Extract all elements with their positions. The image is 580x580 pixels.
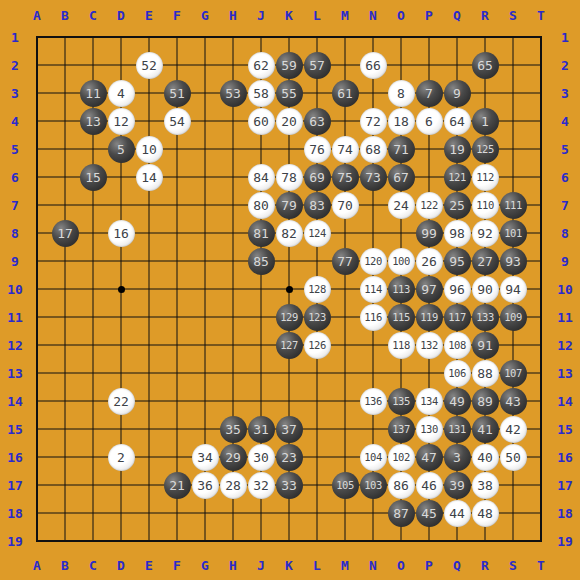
stone-black-15-C6: 15 bbox=[80, 164, 107, 191]
stone-white-14-E6: 14 bbox=[136, 164, 163, 191]
stone-move-number: 87 bbox=[393, 507, 409, 520]
stone-black-5-D5: 5 bbox=[108, 136, 135, 163]
stone-white-96-Q10: 96 bbox=[444, 276, 471, 303]
stone-white-122-P7: 122 bbox=[416, 192, 443, 219]
stone-white-112-R6: 112 bbox=[472, 164, 499, 191]
stone-move-number: 33 bbox=[281, 479, 297, 492]
stone-move-number: 8 bbox=[397, 87, 405, 100]
col-label-top-C: C bbox=[89, 9, 97, 22]
stone-black-131-Q15: 131 bbox=[444, 416, 471, 443]
stone-white-28-H17: 28 bbox=[220, 472, 247, 499]
row-label-right-16: 16 bbox=[557, 451, 573, 464]
stone-move-number: 116 bbox=[364, 312, 381, 323]
stone-black-27-R9: 27 bbox=[472, 248, 499, 275]
stone-move-number: 110 bbox=[476, 200, 493, 211]
stone-move-number: 67 bbox=[393, 171, 409, 184]
row-label-left-4: 4 bbox=[11, 115, 19, 128]
stone-black-89-R14: 89 bbox=[472, 388, 499, 415]
stone-black-55-K3: 55 bbox=[276, 80, 303, 107]
row-label-left-14: 14 bbox=[7, 395, 23, 408]
stone-move-number: 4 bbox=[117, 87, 125, 100]
col-label-bottom-F: F bbox=[173, 559, 181, 572]
stone-move-number: 32 bbox=[253, 479, 269, 492]
stone-move-number: 40 bbox=[477, 451, 493, 464]
stone-move-number: 9 bbox=[453, 87, 461, 100]
stone-white-66-N2: 66 bbox=[360, 52, 387, 79]
stone-white-72-N4: 72 bbox=[360, 108, 387, 135]
stone-white-34-G16: 34 bbox=[192, 444, 219, 471]
row-label-right-15: 15 bbox=[557, 423, 573, 436]
stone-move-number: 11 bbox=[85, 87, 101, 100]
stone-black-91-R12: 91 bbox=[472, 332, 499, 359]
stone-move-number: 10 bbox=[141, 143, 157, 156]
row-label-left-10: 10 bbox=[7, 283, 23, 296]
col-label-top-H: H bbox=[229, 9, 237, 22]
stone-white-2-D16: 2 bbox=[108, 444, 135, 471]
stone-black-67-O6: 67 bbox=[388, 164, 415, 191]
stone-move-number: 44 bbox=[449, 507, 465, 520]
col-label-bottom-N: N bbox=[369, 559, 377, 572]
stone-move-number: 128 bbox=[308, 284, 325, 295]
col-label-top-A: A bbox=[33, 9, 41, 22]
stone-white-30-J16: 30 bbox=[248, 444, 275, 471]
stone-white-74-M5: 74 bbox=[332, 136, 359, 163]
stone-white-50-S16: 50 bbox=[500, 444, 527, 471]
stone-move-number: 112 bbox=[476, 172, 493, 183]
stone-black-29-H16: 29 bbox=[220, 444, 247, 471]
stone-move-number: 47 bbox=[421, 451, 437, 464]
stone-move-number: 2 bbox=[117, 451, 125, 464]
stone-white-126-L12: 126 bbox=[304, 332, 331, 359]
stone-black-95-Q9: 95 bbox=[444, 248, 471, 275]
stone-black-63-L4: 63 bbox=[304, 108, 331, 135]
stone-move-number: 7 bbox=[425, 87, 433, 100]
stone-move-number: 120 bbox=[364, 256, 381, 267]
stone-black-97-P10: 97 bbox=[416, 276, 443, 303]
star-point-K10 bbox=[286, 286, 293, 293]
stone-move-number: 21 bbox=[169, 479, 185, 492]
stone-black-9-Q3: 9 bbox=[444, 80, 471, 107]
stone-black-105-M17: 105 bbox=[332, 472, 359, 499]
stone-move-number: 57 bbox=[309, 59, 325, 72]
stone-move-number: 81 bbox=[253, 227, 269, 240]
col-label-bottom-R: R bbox=[481, 559, 489, 572]
stone-move-number: 93 bbox=[505, 255, 521, 268]
stone-white-48-R18: 48 bbox=[472, 500, 499, 527]
row-label-right-11: 11 bbox=[557, 311, 573, 324]
stone-white-52-E2: 52 bbox=[136, 52, 163, 79]
col-label-bottom-T: T bbox=[537, 559, 545, 572]
stone-move-number: 18 bbox=[393, 115, 409, 128]
stone-black-113-O10: 113 bbox=[388, 276, 415, 303]
stone-white-60-J4: 60 bbox=[248, 108, 275, 135]
stone-white-62-J2: 62 bbox=[248, 52, 275, 79]
stone-black-119-P11: 119 bbox=[416, 304, 443, 331]
stone-move-number: 50 bbox=[505, 451, 521, 464]
stone-move-number: 109 bbox=[504, 312, 521, 323]
stone-white-6-P4: 6 bbox=[416, 108, 443, 135]
stone-move-number: 114 bbox=[364, 284, 381, 295]
stone-move-number: 49 bbox=[449, 395, 465, 408]
stone-move-number: 106 bbox=[448, 368, 465, 379]
stone-white-16-D8: 16 bbox=[108, 220, 135, 247]
row-label-right-3: 3 bbox=[561, 87, 569, 100]
row-label-left-13: 13 bbox=[7, 367, 23, 380]
row-label-right-14: 14 bbox=[557, 395, 573, 408]
stone-black-117-Q11: 117 bbox=[444, 304, 471, 331]
stone-move-number: 53 bbox=[225, 87, 241, 100]
col-label-top-E: E bbox=[145, 9, 153, 22]
stone-move-number: 66 bbox=[365, 59, 381, 72]
row-label-left-17: 17 bbox=[7, 479, 23, 492]
stone-white-100-O9: 100 bbox=[388, 248, 415, 275]
row-label-right-18: 18 bbox=[557, 507, 573, 520]
stone-move-number: 95 bbox=[449, 255, 465, 268]
stone-move-number: 80 bbox=[253, 199, 269, 212]
stone-move-number: 97 bbox=[421, 283, 437, 296]
stone-black-17-B8: 17 bbox=[52, 220, 79, 247]
stone-move-number: 34 bbox=[197, 451, 213, 464]
row-label-right-1: 1 bbox=[561, 31, 569, 44]
stone-black-71-O5: 71 bbox=[388, 136, 415, 163]
stone-white-68-N5: 68 bbox=[360, 136, 387, 163]
stone-move-number: 132 bbox=[420, 340, 437, 351]
stone-white-130-P15: 130 bbox=[416, 416, 443, 443]
col-label-top-P: P bbox=[425, 9, 433, 22]
stone-white-98-Q8: 98 bbox=[444, 220, 471, 247]
stone-black-93-S9: 93 bbox=[500, 248, 527, 275]
col-label-top-O: O bbox=[397, 9, 405, 22]
stone-move-number: 100 bbox=[392, 256, 409, 267]
stone-move-number: 122 bbox=[420, 200, 437, 211]
stone-move-number: 59 bbox=[281, 59, 297, 72]
stone-move-number: 65 bbox=[477, 59, 493, 72]
col-label-top-R: R bbox=[481, 9, 489, 22]
stone-move-number: 58 bbox=[253, 87, 269, 100]
stone-move-number: 77 bbox=[337, 255, 353, 268]
stone-move-number: 5 bbox=[117, 143, 125, 156]
col-label-top-L: L bbox=[313, 9, 321, 22]
stone-move-number: 60 bbox=[253, 115, 269, 128]
stone-move-number: 85 bbox=[253, 255, 269, 268]
stone-black-81-J8: 81 bbox=[248, 220, 275, 247]
row-label-right-7: 7 bbox=[561, 199, 569, 212]
stone-move-number: 125 bbox=[476, 144, 493, 155]
stone-move-number: 70 bbox=[337, 199, 353, 212]
stone-white-64-Q4: 64 bbox=[444, 108, 471, 135]
stone-move-number: 19 bbox=[449, 143, 465, 156]
stone-white-54-F4: 54 bbox=[164, 108, 191, 135]
stone-white-136-N14: 136 bbox=[360, 388, 387, 415]
stone-black-103-N17: 103 bbox=[360, 472, 387, 499]
row-label-right-19: 19 bbox=[557, 535, 573, 548]
stone-black-61-M3: 61 bbox=[332, 80, 359, 107]
stone-white-92-R8: 92 bbox=[472, 220, 499, 247]
row-label-left-11: 11 bbox=[7, 311, 23, 324]
col-label-bottom-E: E bbox=[145, 559, 153, 572]
stone-move-number: 88 bbox=[477, 367, 493, 380]
stone-move-number: 133 bbox=[476, 312, 493, 323]
stone-white-124-L8: 124 bbox=[304, 220, 331, 247]
stone-white-82-K8: 82 bbox=[276, 220, 303, 247]
stone-white-86-O17: 86 bbox=[388, 472, 415, 499]
stone-white-44-Q18: 44 bbox=[444, 500, 471, 527]
stone-move-number: 94 bbox=[505, 283, 521, 296]
stone-move-number: 38 bbox=[477, 479, 493, 492]
stone-move-number: 76 bbox=[309, 143, 325, 156]
col-label-bottom-L: L bbox=[313, 559, 321, 572]
stone-move-number: 84 bbox=[253, 171, 269, 184]
stone-move-number: 91 bbox=[477, 339, 493, 352]
stone-white-118-O12: 118 bbox=[388, 332, 415, 359]
stone-move-number: 134 bbox=[420, 396, 437, 407]
stone-move-number: 69 bbox=[309, 171, 325, 184]
stone-black-107-S13: 107 bbox=[500, 360, 527, 387]
stone-move-number: 36 bbox=[197, 479, 213, 492]
row-label-left-5: 5 bbox=[11, 143, 19, 156]
row-label-right-12: 12 bbox=[557, 339, 573, 352]
stone-white-110-R7: 110 bbox=[472, 192, 499, 219]
stone-black-133-R11: 133 bbox=[472, 304, 499, 331]
stone-white-40-R16: 40 bbox=[472, 444, 499, 471]
row-label-right-6: 6 bbox=[561, 171, 569, 184]
stone-white-38-R17: 38 bbox=[472, 472, 499, 499]
stone-move-number: 6 bbox=[425, 115, 433, 128]
go-board: 1234567891011121314151617181920212223242… bbox=[23, 23, 555, 555]
stone-black-137-O15: 137 bbox=[388, 416, 415, 443]
stone-black-77-M9: 77 bbox=[332, 248, 359, 275]
stone-move-number: 46 bbox=[421, 479, 437, 492]
stone-black-11-C3: 11 bbox=[80, 80, 107, 107]
stone-move-number: 86 bbox=[393, 479, 409, 492]
stone-white-88-R13: 88 bbox=[472, 360, 499, 387]
stone-move-number: 68 bbox=[365, 143, 381, 156]
stone-move-number: 61 bbox=[337, 87, 353, 100]
stone-white-46-P17: 46 bbox=[416, 472, 443, 499]
stone-move-number: 25 bbox=[449, 199, 465, 212]
col-label-top-F: F bbox=[173, 9, 181, 22]
stone-move-number: 136 bbox=[364, 396, 381, 407]
stone-white-36-G17: 36 bbox=[192, 472, 219, 499]
stone-move-number: 13 bbox=[85, 115, 101, 128]
col-label-bottom-M: M bbox=[341, 559, 349, 572]
stone-white-70-M7: 70 bbox=[332, 192, 359, 219]
stone-move-number: 111 bbox=[504, 200, 521, 211]
col-label-bottom-G: G bbox=[201, 559, 209, 572]
stone-black-121-Q6: 121 bbox=[444, 164, 471, 191]
stone-white-106-Q13: 106 bbox=[444, 360, 471, 387]
col-label-top-T: T bbox=[537, 9, 545, 22]
stone-black-23-K16: 23 bbox=[276, 444, 303, 471]
col-label-top-Q: Q bbox=[453, 9, 461, 22]
row-label-left-8: 8 bbox=[11, 227, 19, 240]
stone-move-number: 42 bbox=[505, 423, 521, 436]
row-label-left-18: 18 bbox=[7, 507, 23, 520]
row-label-left-3: 3 bbox=[11, 87, 19, 100]
stone-white-26-P9: 26 bbox=[416, 248, 443, 275]
col-label-top-M: M bbox=[341, 9, 349, 22]
stone-move-number: 129 bbox=[280, 312, 297, 323]
col-label-bottom-D: D bbox=[117, 559, 125, 572]
stone-white-90-R10: 90 bbox=[472, 276, 499, 303]
stone-black-83-L7: 83 bbox=[304, 192, 331, 219]
stone-move-number: 15 bbox=[85, 171, 101, 184]
stone-move-number: 107 bbox=[504, 368, 521, 379]
stone-move-number: 130 bbox=[420, 424, 437, 435]
stone-move-number: 45 bbox=[421, 507, 437, 520]
row-label-left-1: 1 bbox=[11, 31, 19, 44]
stone-white-102-O16: 102 bbox=[388, 444, 415, 471]
stone-move-number: 30 bbox=[253, 451, 269, 464]
stone-move-number: 101 bbox=[504, 228, 521, 239]
row-label-left-16: 16 bbox=[7, 451, 23, 464]
stone-move-number: 124 bbox=[308, 228, 325, 239]
row-label-left-19: 19 bbox=[7, 535, 23, 548]
row-label-left-6: 6 bbox=[11, 171, 19, 184]
stone-white-114-N10: 114 bbox=[360, 276, 387, 303]
stone-move-number: 104 bbox=[364, 452, 381, 463]
col-label-top-D: D bbox=[117, 9, 125, 22]
stone-move-number: 20 bbox=[281, 115, 297, 128]
stone-move-number: 137 bbox=[392, 424, 409, 435]
stone-move-number: 39 bbox=[449, 479, 465, 492]
stone-white-8-O3: 8 bbox=[388, 80, 415, 107]
stone-black-123-L11: 123 bbox=[304, 304, 331, 331]
stone-move-number: 72 bbox=[365, 115, 381, 128]
stone-black-115-O11: 115 bbox=[388, 304, 415, 331]
stone-white-4-D3: 4 bbox=[108, 80, 135, 107]
col-label-bottom-K: K bbox=[285, 559, 293, 572]
stone-white-22-D14: 22 bbox=[108, 388, 135, 415]
stone-black-39-Q17: 39 bbox=[444, 472, 471, 499]
row-label-right-9: 9 bbox=[561, 255, 569, 268]
col-label-top-B: B bbox=[61, 9, 69, 22]
stone-move-number: 79 bbox=[281, 199, 297, 212]
stone-move-number: 78 bbox=[281, 171, 297, 184]
stone-white-128-L10: 128 bbox=[304, 276, 331, 303]
stone-black-57-L2: 57 bbox=[304, 52, 331, 79]
stone-black-47-P16: 47 bbox=[416, 444, 443, 471]
stone-black-33-K17: 33 bbox=[276, 472, 303, 499]
stone-move-number: 48 bbox=[477, 507, 493, 520]
stone-black-127-K12: 127 bbox=[276, 332, 303, 359]
col-label-top-J: J bbox=[257, 9, 265, 22]
stone-move-number: 27 bbox=[477, 255, 493, 268]
stone-move-number: 131 bbox=[448, 424, 465, 435]
stone-black-73-N6: 73 bbox=[360, 164, 387, 191]
stone-move-number: 51 bbox=[169, 87, 185, 100]
col-label-bottom-C: C bbox=[89, 559, 97, 572]
stone-white-104-N16: 104 bbox=[360, 444, 387, 471]
stone-black-135-O14: 135 bbox=[388, 388, 415, 415]
stone-move-number: 135 bbox=[392, 396, 409, 407]
col-label-top-N: N bbox=[369, 9, 377, 22]
row-label-left-7: 7 bbox=[11, 199, 19, 212]
stone-move-number: 3 bbox=[453, 451, 461, 464]
stone-move-number: 1 bbox=[481, 115, 489, 128]
stone-move-number: 90 bbox=[477, 283, 493, 296]
stone-move-number: 28 bbox=[225, 479, 241, 492]
stone-white-76-L5: 76 bbox=[304, 136, 331, 163]
stone-move-number: 92 bbox=[477, 227, 493, 240]
col-label-bottom-P: P bbox=[425, 559, 433, 572]
row-label-right-4: 4 bbox=[561, 115, 569, 128]
stone-black-69-L6: 69 bbox=[304, 164, 331, 191]
stone-white-12-D4: 12 bbox=[108, 108, 135, 135]
stone-black-25-Q7: 25 bbox=[444, 192, 471, 219]
stone-black-99-P8: 99 bbox=[416, 220, 443, 247]
stone-white-58-J3: 58 bbox=[248, 80, 275, 107]
stone-black-21-F17: 21 bbox=[164, 472, 191, 499]
row-label-right-10: 10 bbox=[557, 283, 573, 296]
stone-move-number: 89 bbox=[477, 395, 493, 408]
row-label-right-2: 2 bbox=[561, 59, 569, 72]
row-label-right-5: 5 bbox=[561, 143, 569, 156]
stone-move-number: 126 bbox=[308, 340, 325, 351]
stone-move-number: 17 bbox=[57, 227, 73, 240]
row-label-right-13: 13 bbox=[557, 367, 573, 380]
stone-move-number: 118 bbox=[392, 340, 409, 351]
stone-move-number: 115 bbox=[392, 312, 409, 323]
stone-black-31-J15: 31 bbox=[248, 416, 275, 443]
stone-move-number: 103 bbox=[364, 480, 381, 491]
row-label-right-8: 8 bbox=[561, 227, 569, 240]
col-label-top-S: S bbox=[509, 9, 517, 22]
stone-black-53-H3: 53 bbox=[220, 80, 247, 107]
stone-move-number: 29 bbox=[225, 451, 241, 464]
stone-move-number: 75 bbox=[337, 171, 353, 184]
stone-black-59-K2: 59 bbox=[276, 52, 303, 79]
stone-move-number: 73 bbox=[365, 171, 381, 184]
stone-move-number: 55 bbox=[281, 87, 297, 100]
col-label-bottom-A: A bbox=[33, 559, 41, 572]
stone-move-number: 99 bbox=[421, 227, 437, 240]
stone-move-number: 24 bbox=[393, 199, 409, 212]
stone-move-number: 123 bbox=[308, 312, 325, 323]
stone-black-85-J9: 85 bbox=[248, 248, 275, 275]
stone-move-number: 64 bbox=[449, 115, 465, 128]
col-label-top-G: G bbox=[201, 9, 209, 22]
col-label-bottom-H: H bbox=[229, 559, 237, 572]
stone-move-number: 23 bbox=[281, 451, 297, 464]
stone-white-18-O4: 18 bbox=[388, 108, 415, 135]
row-label-left-15: 15 bbox=[7, 423, 23, 436]
stone-white-132-P12: 132 bbox=[416, 332, 443, 359]
stone-move-number: 43 bbox=[505, 395, 521, 408]
stone-move-number: 105 bbox=[336, 480, 353, 491]
col-label-bottom-B: B bbox=[61, 559, 69, 572]
stone-black-129-K11: 129 bbox=[276, 304, 303, 331]
stone-black-101-S8: 101 bbox=[500, 220, 527, 247]
stone-move-number: 108 bbox=[448, 340, 465, 351]
stone-white-10-E5: 10 bbox=[136, 136, 163, 163]
stone-move-number: 37 bbox=[281, 423, 297, 436]
stone-move-number: 117 bbox=[448, 312, 465, 323]
stone-white-32-J17: 32 bbox=[248, 472, 275, 499]
stone-move-number: 12 bbox=[113, 115, 129, 128]
stone-white-84-J6: 84 bbox=[248, 164, 275, 191]
stone-black-49-Q14: 49 bbox=[444, 388, 471, 415]
stone-move-number: 16 bbox=[113, 227, 129, 240]
stone-black-35-H15: 35 bbox=[220, 416, 247, 443]
col-label-bottom-Q: Q bbox=[453, 559, 461, 572]
stone-move-number: 52 bbox=[141, 59, 157, 72]
stone-white-116-N11: 116 bbox=[360, 304, 387, 331]
stone-black-19-Q5: 19 bbox=[444, 136, 471, 163]
stone-black-51-F3: 51 bbox=[164, 80, 191, 107]
stone-white-120-N9: 120 bbox=[360, 248, 387, 275]
stone-black-65-R2: 65 bbox=[472, 52, 499, 79]
